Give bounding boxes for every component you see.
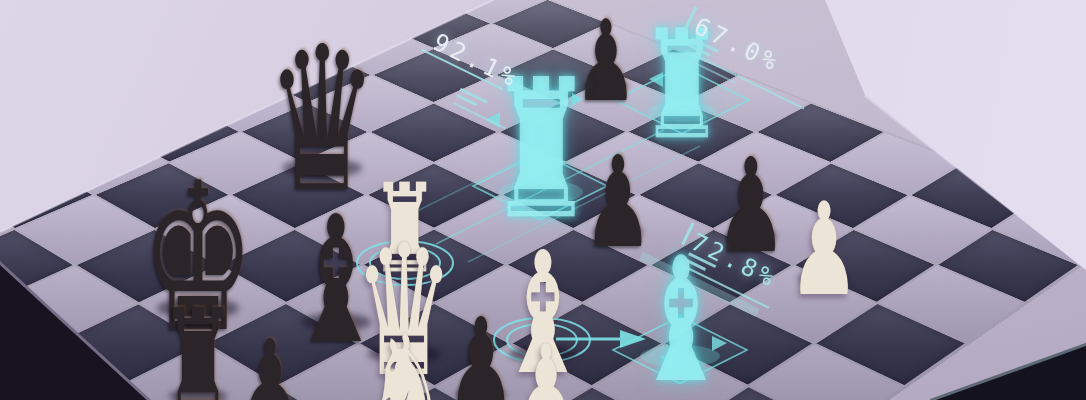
chess-board [0, 0, 1086, 400]
hud-bar [691, 37, 719, 53]
hud-bar [683, 6, 698, 32]
chess-scene: ♟♜♛♜♟♟♜♟♚♝♛♝♝♟♜♟♟♞ 92.1%67.0%72.8% [0, 0, 1086, 400]
